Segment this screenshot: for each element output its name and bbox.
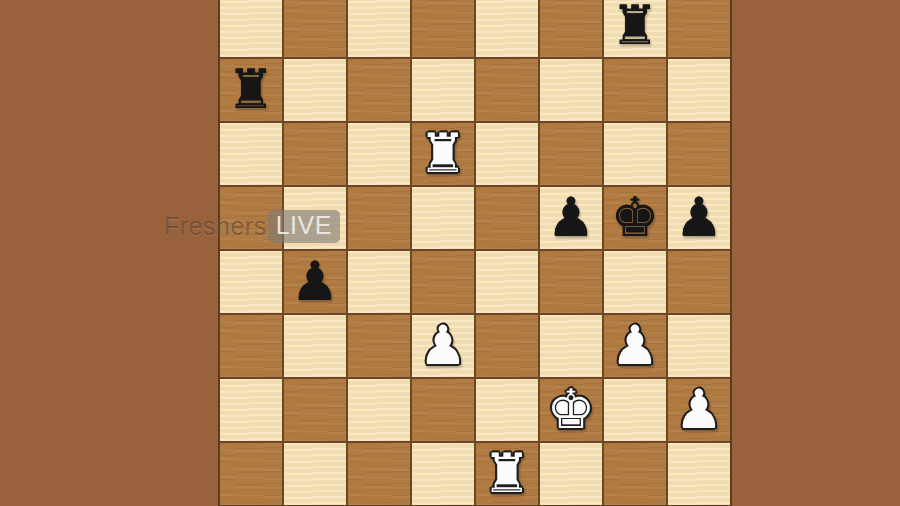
square-c8 (348, 0, 410, 57)
square-e7 (476, 59, 538, 121)
watermark: Freshers LIVE (164, 210, 340, 243)
square-a4 (220, 251, 282, 313)
square-a6 (220, 123, 282, 185)
black-pawn-piece: ♟ (675, 191, 723, 245)
square-d4 (412, 251, 474, 313)
square-f3 (540, 315, 602, 377)
square-a7: ♜ (220, 59, 282, 121)
square-g7 (604, 59, 666, 121)
square-c1 (348, 443, 410, 505)
square-g6 (604, 123, 666, 185)
white-king-piece: ♚ (547, 383, 595, 437)
square-g5: ♚ (604, 187, 666, 249)
watermark-freshers-text: Freshers (164, 212, 267, 241)
square-f6 (540, 123, 602, 185)
black-king-piece: ♚ (611, 191, 659, 245)
square-a1 (220, 443, 282, 505)
puzzle-image: ♜♜♜♟♚♟♟♟♟♚♟♜ Freshers LIVE (0, 0, 900, 506)
square-b2 (284, 379, 346, 441)
watermark-live-badge: LIVE (268, 210, 340, 243)
square-e8 (476, 0, 538, 57)
square-d3: ♟ (412, 315, 474, 377)
square-h2: ♟ (668, 379, 730, 441)
square-d1 (412, 443, 474, 505)
white-pawn-piece: ♟ (675, 383, 723, 437)
square-f4 (540, 251, 602, 313)
square-g8: ♜ (604, 0, 666, 57)
square-e5 (476, 187, 538, 249)
white-rook-piece: ♜ (483, 447, 531, 501)
square-e1: ♜ (476, 443, 538, 505)
square-c5 (348, 187, 410, 249)
square-h5: ♟ (668, 187, 730, 249)
square-e6 (476, 123, 538, 185)
black-pawn-piece: ♟ (291, 255, 339, 309)
square-b6 (284, 123, 346, 185)
square-d8 (412, 0, 474, 57)
black-rook-piece: ♜ (227, 63, 275, 117)
square-c3 (348, 315, 410, 377)
square-g1 (604, 443, 666, 505)
chess-board: ♜♜♜♟♚♟♟♟♟♚♟♜ (218, 0, 732, 506)
square-e4 (476, 251, 538, 313)
square-d2 (412, 379, 474, 441)
square-b4: ♟ (284, 251, 346, 313)
square-b1 (284, 443, 346, 505)
square-a3 (220, 315, 282, 377)
white-rook-piece: ♜ (419, 127, 467, 181)
square-a8 (220, 0, 282, 57)
square-g4 (604, 251, 666, 313)
square-f5: ♟ (540, 187, 602, 249)
white-pawn-piece: ♟ (419, 319, 467, 373)
square-h8 (668, 0, 730, 57)
square-e3 (476, 315, 538, 377)
square-e2 (476, 379, 538, 441)
square-b3 (284, 315, 346, 377)
square-b8 (284, 0, 346, 57)
square-d5 (412, 187, 474, 249)
square-f1 (540, 443, 602, 505)
square-h4 (668, 251, 730, 313)
square-c7 (348, 59, 410, 121)
square-c6 (348, 123, 410, 185)
square-h1 (668, 443, 730, 505)
white-pawn-piece: ♟ (611, 319, 659, 373)
black-pawn-piece: ♟ (547, 191, 595, 245)
square-g3: ♟ (604, 315, 666, 377)
square-d7 (412, 59, 474, 121)
square-h3 (668, 315, 730, 377)
square-b7 (284, 59, 346, 121)
square-f7 (540, 59, 602, 121)
square-g2 (604, 379, 666, 441)
square-f8 (540, 0, 602, 57)
black-rook-piece: ♜ (611, 0, 659, 53)
square-c4 (348, 251, 410, 313)
square-f2: ♚ (540, 379, 602, 441)
square-d6: ♜ (412, 123, 474, 185)
square-h7 (668, 59, 730, 121)
square-a2 (220, 379, 282, 441)
square-c2 (348, 379, 410, 441)
square-h6 (668, 123, 730, 185)
